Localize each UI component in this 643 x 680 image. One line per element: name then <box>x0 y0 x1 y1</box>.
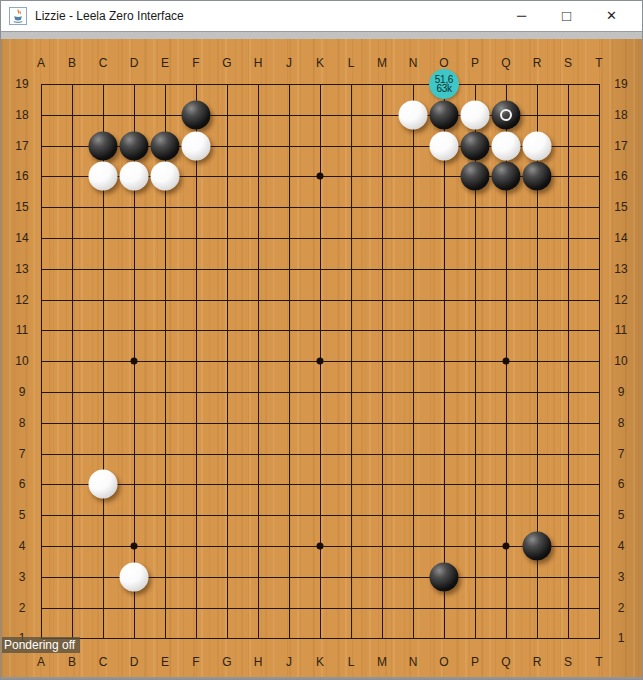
star-point <box>131 358 138 365</box>
row-label-right: 2 <box>618 601 625 615</box>
titlebar-strip <box>1 31 642 39</box>
star-point <box>317 173 324 180</box>
row-label-left: 2 <box>19 601 26 615</box>
column-label-top: F <box>192 56 199 70</box>
window-titlebar[interactable]: Lizzie - Leela Zero Interface ─ □ ✕ <box>1 1 642 31</box>
grid-line <box>41 454 600 455</box>
column-label-top: N <box>409 56 418 70</box>
grid-line <box>41 515 600 516</box>
column-label-bottom: F <box>192 655 199 669</box>
column-label-bottom: G <box>222 655 231 669</box>
grid-line <box>41 238 600 239</box>
row-label-left: 7 <box>19 447 26 461</box>
row-label-left: 13 <box>15 262 28 276</box>
suggestion-visits: 63k <box>436 84 451 94</box>
suggested-move-marker[interactable]: 51,663k <box>429 69 459 99</box>
minimize-button[interactable]: ─ <box>499 1 544 31</box>
column-label-bottom: P <box>471 655 479 669</box>
white-stone <box>430 131 459 160</box>
row-label-left: 12 <box>15 293 28 307</box>
column-label-top: Q <box>501 56 510 70</box>
row-label-right: 1 <box>618 631 625 645</box>
column-label-bottom: Q <box>501 655 510 669</box>
column-label-bottom: T <box>595 655 602 669</box>
grid-line <box>41 207 600 208</box>
column-label-bottom: M <box>377 655 387 669</box>
row-label-right: 8 <box>618 416 625 430</box>
column-label-bottom: L <box>348 655 355 669</box>
column-label-bottom: H <box>254 655 263 669</box>
column-label-top: R <box>533 56 542 70</box>
grid-line <box>41 608 600 609</box>
column-label-bottom: K <box>316 655 324 669</box>
column-label-bottom: O <box>439 655 448 669</box>
star-point <box>317 543 324 550</box>
grid-line <box>41 84 600 85</box>
row-label-right: 19 <box>614 77 627 91</box>
white-stone <box>461 100 490 129</box>
star-point <box>131 543 138 550</box>
row-label-right: 17 <box>614 139 627 153</box>
row-label-left: 10 <box>15 354 28 368</box>
grid-line <box>41 423 600 424</box>
white-stone <box>182 131 211 160</box>
java-cup-icon <box>9 7 27 25</box>
row-label-right: 11 <box>615 323 627 337</box>
column-label-top: S <box>564 56 572 70</box>
row-label-left: 19 <box>15 77 28 91</box>
row-label-right: 14 <box>614 231 627 245</box>
white-stone <box>120 162 149 191</box>
column-label-bottom: N <box>409 655 418 669</box>
row-label-right: 5 <box>618 508 625 522</box>
column-label-bottom: S <box>564 655 572 669</box>
grid-line <box>41 484 600 485</box>
window-controls: ─ □ ✕ <box>499 1 634 31</box>
row-label-right: 10 <box>614 354 627 368</box>
row-label-left: 6 <box>19 477 26 491</box>
column-label-top: A <box>37 56 45 70</box>
row-label-right: 15 <box>614 200 627 214</box>
black-stone <box>151 131 180 160</box>
column-label-top: T <box>595 56 602 70</box>
column-label-top: M <box>377 56 387 70</box>
white-stone <box>523 131 552 160</box>
column-label-bottom: E <box>161 655 169 669</box>
black-stone <box>89 131 118 160</box>
column-label-top: C <box>99 56 108 70</box>
black-stone <box>492 162 521 191</box>
close-button[interactable]: ✕ <box>589 1 634 31</box>
row-label-right: 7 <box>618 447 625 461</box>
row-label-left: 17 <box>15 139 28 153</box>
row-label-right: 16 <box>614 169 627 183</box>
row-label-left: 8 <box>19 416 26 430</box>
maximize-button[interactable]: □ <box>544 1 589 31</box>
row-label-left: 15 <box>15 200 28 214</box>
column-label-bottom: R <box>533 655 542 669</box>
white-stone <box>89 162 118 191</box>
black-stone <box>523 532 552 561</box>
black-stone <box>461 131 490 160</box>
grid-line <box>41 638 600 639</box>
column-label-bottom: B <box>68 655 76 669</box>
grid-line <box>41 330 600 331</box>
white-stone <box>89 470 118 499</box>
status-text: Pondering off <box>2 637 80 653</box>
last-move-marker <box>500 109 512 121</box>
star-point <box>317 358 324 365</box>
grid-line <box>41 269 600 270</box>
row-label-left: 18 <box>15 108 28 122</box>
black-stone <box>523 162 552 191</box>
go-board[interactable]: AABBCCDDEEFFGGHHJJKKLLMMNNOOPPQQRRSSTT19… <box>1 39 642 677</box>
row-label-left: 9 <box>19 385 26 399</box>
column-label-top: B <box>68 56 76 70</box>
black-stone <box>430 562 459 591</box>
grid-line <box>41 300 600 301</box>
column-label-bottom: A <box>37 655 45 669</box>
column-label-top: P <box>471 56 479 70</box>
white-stone <box>120 562 149 591</box>
row-label-left: 11 <box>16 323 28 337</box>
row-label-right: 9 <box>618 385 625 399</box>
row-label-right: 6 <box>618 477 625 491</box>
row-label-right: 13 <box>614 262 627 276</box>
column-label-top: J <box>286 56 292 70</box>
star-point <box>503 543 510 550</box>
row-label-right: 18 <box>614 108 627 122</box>
row-label-right: 12 <box>614 293 627 307</box>
column-label-bottom: C <box>99 655 108 669</box>
row-label-left: 4 <box>19 539 26 553</box>
column-label-top: L <box>348 56 355 70</box>
white-stone <box>492 131 521 160</box>
row-label-left: 14 <box>15 231 28 245</box>
row-label-right: 4 <box>618 539 625 553</box>
column-label-top: D <box>130 56 139 70</box>
white-stone <box>151 162 180 191</box>
column-label-bottom: D <box>130 655 139 669</box>
grid-line <box>41 392 600 393</box>
window-title: Lizzie - Leela Zero Interface <box>35 9 184 23</box>
row-label-right: 3 <box>618 570 625 584</box>
row-label-left: 3 <box>19 570 26 584</box>
star-point <box>503 358 510 365</box>
column-label-top: E <box>161 56 169 70</box>
app-window: Lizzie - Leela Zero Interface ─ □ ✕ AABB… <box>0 0 643 680</box>
white-stone <box>399 100 428 129</box>
black-stone <box>182 100 211 129</box>
row-label-left: 16 <box>15 169 28 183</box>
black-stone <box>461 162 490 191</box>
column-label-top: K <box>316 56 324 70</box>
black-stone <box>120 131 149 160</box>
row-label-left: 5 <box>19 508 26 522</box>
column-label-top: H <box>254 56 263 70</box>
black-stone <box>430 100 459 129</box>
column-label-top: O <box>439 56 448 70</box>
column-label-top: G <box>222 56 231 70</box>
column-label-bottom: J <box>286 655 292 669</box>
